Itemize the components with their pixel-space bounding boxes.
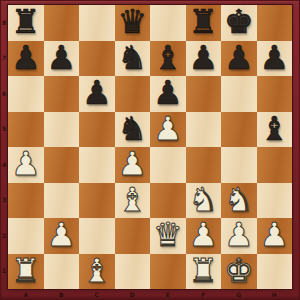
square-c5[interactable] [79, 112, 115, 148]
square-a7[interactable]: ♟ [8, 41, 44, 77]
square-b5[interactable] [44, 112, 80, 148]
square-b7[interactable]: ♟ [44, 41, 80, 77]
file-label-f: F [186, 291, 222, 298]
square-g6[interactable] [221, 76, 257, 112]
square-f3[interactable]: ♞ [186, 183, 222, 219]
square-c3[interactable] [79, 183, 115, 219]
chess-board-screenshot: ♜♛♜♚♟♟♞♝♟♟♟♟♟♞♟♝♟♟♝♞♞♟♛♟♟♟♜♝♜♚ 87654321A… [0, 0, 300, 300]
square-b2[interactable]: ♟ [44, 218, 80, 254]
black-rook[interactable]: ♜ [188, 5, 218, 38]
square-b4[interactable] [44, 147, 80, 183]
white-knight[interactable]: ♞ [188, 183, 218, 216]
white-pawn[interactable]: ♟ [11, 147, 41, 180]
square-d3[interactable]: ♝ [115, 183, 151, 219]
black-rook[interactable]: ♜ [11, 5, 41, 38]
square-c4[interactable] [79, 147, 115, 183]
square-a2[interactable] [8, 218, 44, 254]
square-h4[interactable] [257, 147, 293, 183]
square-h6[interactable] [257, 76, 293, 112]
square-a5[interactable] [8, 112, 44, 148]
square-e5[interactable]: ♟ [150, 112, 186, 148]
square-f6[interactable] [186, 76, 222, 112]
white-pawn[interactable]: ♟ [224, 218, 254, 251]
white-bishop[interactable]: ♝ [117, 183, 147, 216]
rank-label-8: 8 [0, 20, 8, 26]
square-d4[interactable]: ♟ [115, 147, 151, 183]
square-e4[interactable] [150, 147, 186, 183]
black-king[interactable]: ♚ [224, 5, 254, 38]
black-queen[interactable]: ♛ [117, 5, 147, 38]
square-h5[interactable]: ♝ [257, 112, 293, 148]
square-d6[interactable] [115, 76, 151, 112]
square-g1[interactable]: ♚ [221, 254, 257, 290]
square-g7[interactable]: ♟ [221, 41, 257, 77]
black-pawn[interactable]: ♟ [82, 76, 112, 109]
black-pawn[interactable]: ♟ [153, 76, 183, 109]
square-h7[interactable]: ♟ [257, 41, 293, 77]
square-g3[interactable]: ♞ [221, 183, 257, 219]
white-pawn[interactable]: ♟ [259, 218, 289, 251]
file-label-g: G [221, 291, 257, 298]
white-pawn[interactable]: ♟ [117, 147, 147, 180]
white-pawn[interactable]: ♟ [153, 112, 183, 145]
white-king[interactable]: ♚ [224, 254, 254, 287]
rank-label-1: 1 [0, 268, 8, 274]
square-c8[interactable] [79, 5, 115, 41]
square-f4[interactable] [186, 147, 222, 183]
square-h3[interactable] [257, 183, 293, 219]
square-g5[interactable] [221, 112, 257, 148]
white-rook[interactable]: ♜ [11, 254, 41, 287]
white-knight[interactable]: ♞ [224, 183, 254, 216]
square-b1[interactable] [44, 254, 80, 290]
square-d8[interactable]: ♛ [115, 5, 151, 41]
square-c1[interactable]: ♝ [79, 254, 115, 290]
black-bishop[interactable]: ♝ [153, 41, 183, 74]
square-a4[interactable]: ♟ [8, 147, 44, 183]
square-d1[interactable] [115, 254, 151, 290]
square-a8[interactable]: ♜ [8, 5, 44, 41]
square-e6[interactable]: ♟ [150, 76, 186, 112]
square-a3[interactable] [8, 183, 44, 219]
black-pawn[interactable]: ♟ [224, 41, 254, 74]
chess-board[interactable]: ♜♛♜♚♟♟♞♝♟♟♟♟♟♞♟♝♟♟♝♞♞♟♛♟♟♟♜♝♜♚ [8, 5, 292, 289]
square-e2[interactable]: ♛ [150, 218, 186, 254]
square-g2[interactable]: ♟ [221, 218, 257, 254]
black-pawn[interactable]: ♟ [188, 41, 218, 74]
rank-label-6: 6 [0, 91, 8, 97]
square-b3[interactable] [44, 183, 80, 219]
square-d5[interactable]: ♞ [115, 112, 151, 148]
file-label-b: B [44, 291, 80, 298]
file-label-d: D [115, 291, 151, 298]
square-h2[interactable]: ♟ [257, 218, 293, 254]
black-pawn[interactable]: ♟ [46, 41, 76, 74]
square-c7[interactable] [79, 41, 115, 77]
square-f7[interactable]: ♟ [186, 41, 222, 77]
square-f5[interactable] [186, 112, 222, 148]
file-label-c: C [79, 291, 115, 298]
square-d7[interactable]: ♞ [115, 41, 151, 77]
rank-label-3: 3 [0, 197, 8, 203]
black-bishop[interactable]: ♝ [259, 112, 289, 145]
square-b6[interactable] [44, 76, 80, 112]
rank-label-7: 7 [0, 55, 8, 61]
square-a1[interactable]: ♜ [8, 254, 44, 290]
square-e3[interactable] [150, 183, 186, 219]
white-queen[interactable]: ♛ [153, 218, 183, 251]
file-label-e: E [150, 291, 186, 298]
white-bishop[interactable]: ♝ [82, 254, 112, 287]
square-h1[interactable] [257, 254, 293, 290]
black-pawn[interactable]: ♟ [11, 41, 41, 74]
file-label-a: A [8, 291, 44, 298]
square-b8[interactable] [44, 5, 80, 41]
square-f2[interactable]: ♟ [186, 218, 222, 254]
square-f8[interactable]: ♜ [186, 5, 222, 41]
black-knight[interactable]: ♞ [117, 41, 147, 74]
square-c2[interactable] [79, 218, 115, 254]
square-a6[interactable] [8, 76, 44, 112]
square-h8[interactable] [257, 5, 293, 41]
black-knight[interactable]: ♞ [117, 112, 147, 145]
white-pawn[interactable]: ♟ [46, 218, 76, 251]
white-rook[interactable]: ♜ [188, 254, 218, 287]
square-g8[interactable]: ♚ [221, 5, 257, 41]
square-f1[interactable]: ♜ [186, 254, 222, 290]
square-g4[interactable] [221, 147, 257, 183]
square-c6[interactable]: ♟ [79, 76, 115, 112]
square-e7[interactable]: ♝ [150, 41, 186, 77]
square-e8[interactable] [150, 5, 186, 41]
rank-label-5: 5 [0, 126, 8, 132]
square-d2[interactable] [115, 218, 151, 254]
square-e1[interactable] [150, 254, 186, 290]
white-pawn[interactable]: ♟ [188, 218, 218, 251]
black-pawn[interactable]: ♟ [259, 41, 289, 74]
rank-label-4: 4 [0, 162, 8, 168]
rank-label-2: 2 [0, 233, 8, 239]
file-label-h: H [257, 291, 293, 298]
